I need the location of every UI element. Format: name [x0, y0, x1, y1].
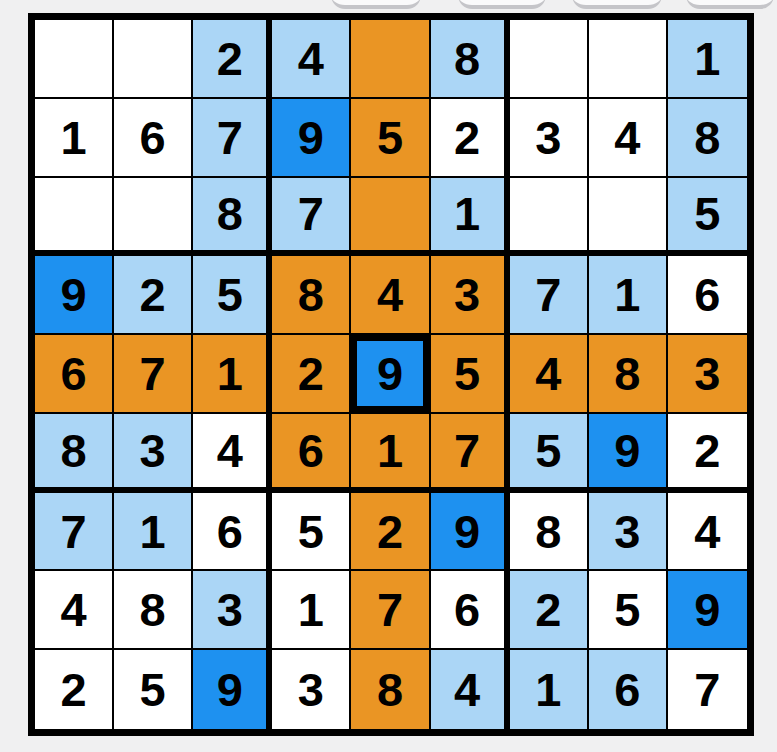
- cell-r1c5[interactable]: [351, 20, 430, 99]
- cell-r9c7[interactable]: 1: [510, 650, 589, 729]
- cell-r5c7[interactable]: 4: [510, 335, 589, 414]
- cell-r4c1[interactable]: 9: [35, 256, 114, 335]
- cell-r8c3[interactable]: 3: [193, 571, 272, 650]
- cell-r9c9[interactable]: 7: [668, 650, 747, 729]
- cell-r3c7[interactable]: [510, 178, 589, 257]
- sudoku-app-screen: 2481167952348871592584371667129548383461…: [0, 0, 777, 752]
- cell-r7c1[interactable]: 7: [35, 493, 114, 572]
- cell-r6c6[interactable]: 7: [431, 414, 510, 493]
- cell-r3c3[interactable]: 8: [193, 178, 272, 257]
- cell-r8c5[interactable]: 7: [351, 571, 430, 650]
- cell-r5c1[interactable]: 6: [35, 335, 114, 414]
- cell-r8c4[interactable]: 1: [272, 571, 351, 650]
- toolbar-button-4[interactable]: [686, 0, 774, 9]
- cell-r4c4[interactable]: 8: [272, 256, 351, 335]
- cell-r6c3[interactable]: 4: [193, 414, 272, 493]
- cell-r8c7[interactable]: 2: [510, 571, 589, 650]
- cell-r3c4[interactable]: 7: [272, 178, 351, 257]
- cell-r9c3[interactable]: 9: [193, 650, 272, 729]
- cell-r5c4[interactable]: 2: [272, 335, 351, 414]
- cell-r9c5[interactable]: 8: [351, 650, 430, 729]
- cell-r1c7[interactable]: [510, 20, 589, 99]
- cell-r9c2[interactable]: 5: [114, 650, 193, 729]
- cell-r3c2[interactable]: [114, 178, 193, 257]
- cell-r4c6[interactable]: 3: [431, 256, 510, 335]
- cell-r7c9[interactable]: 4: [668, 493, 747, 572]
- cell-r1c2[interactable]: [114, 20, 193, 99]
- cell-r2c6[interactable]: 2: [431, 99, 510, 178]
- cell-r5c2[interactable]: 7: [114, 335, 193, 414]
- cell-r9c6[interactable]: 4: [431, 650, 510, 729]
- sudoku-board: 2481167952348871592584371667129548383461…: [28, 13, 754, 736]
- cell-r5c3[interactable]: 1: [193, 335, 272, 414]
- cell-r8c9[interactable]: 9: [668, 571, 747, 650]
- cell-r7c4[interactable]: 5: [272, 493, 351, 572]
- cell-r1c9[interactable]: 1: [668, 20, 747, 99]
- cell-r8c6[interactable]: 6: [431, 571, 510, 650]
- cell-r2c2[interactable]: 6: [114, 99, 193, 178]
- cell-r1c8[interactable]: [589, 20, 668, 99]
- cell-r8c2[interactable]: 8: [114, 571, 193, 650]
- cell-r1c1[interactable]: [35, 20, 114, 99]
- cell-r6c5[interactable]: 1: [351, 414, 430, 493]
- cell-r6c4[interactable]: 6: [272, 414, 351, 493]
- cell-r2c3[interactable]: 7: [193, 99, 272, 178]
- cell-r2c9[interactable]: 8: [668, 99, 747, 178]
- cell-r7c5[interactable]: 2: [351, 493, 430, 572]
- cell-r9c1[interactable]: 2: [35, 650, 114, 729]
- cell-r9c8[interactable]: 6: [589, 650, 668, 729]
- cell-r7c7[interactable]: 8: [510, 493, 589, 572]
- cell-r3c6[interactable]: 1: [431, 178, 510, 257]
- cell-r5c6[interactable]: 5: [431, 335, 510, 414]
- cell-r1c4[interactable]: 4: [272, 20, 351, 99]
- toolbar-button-1[interactable]: [331, 0, 421, 9]
- cell-r5c5[interactable]: 9: [351, 335, 430, 414]
- toolbar-button-2[interactable]: [458, 0, 546, 9]
- cell-r6c8[interactable]: 9: [589, 414, 668, 493]
- cell-r1c3[interactable]: 2: [193, 20, 272, 99]
- cell-r8c1[interactable]: 4: [35, 571, 114, 650]
- cell-r7c2[interactable]: 1: [114, 493, 193, 572]
- cell-r3c8[interactable]: [589, 178, 668, 257]
- cell-r9c4[interactable]: 3: [272, 650, 351, 729]
- cell-r3c9[interactable]: 5: [668, 178, 747, 257]
- cell-r2c4[interactable]: 9: [272, 99, 351, 178]
- cell-r4c8[interactable]: 1: [589, 256, 668, 335]
- cell-r6c7[interactable]: 5: [510, 414, 589, 493]
- cell-r7c3[interactable]: 6: [193, 493, 272, 572]
- cell-r4c5[interactable]: 4: [351, 256, 430, 335]
- cell-r6c2[interactable]: 3: [114, 414, 193, 493]
- cell-r1c6[interactable]: 8: [431, 20, 510, 99]
- toolbar-button-3[interactable]: [572, 0, 662, 9]
- cell-r6c9[interactable]: 2: [668, 414, 747, 493]
- cell-r8c8[interactable]: 5: [589, 571, 668, 650]
- cell-r4c3[interactable]: 5: [193, 256, 272, 335]
- cell-r2c7[interactable]: 3: [510, 99, 589, 178]
- cell-r7c8[interactable]: 3: [589, 493, 668, 572]
- cell-r7c6[interactable]: 9: [431, 493, 510, 572]
- cell-r2c1[interactable]: 1: [35, 99, 114, 178]
- cell-r3c5[interactable]: [351, 178, 430, 257]
- cell-r5c9[interactable]: 3: [668, 335, 747, 414]
- cell-r4c9[interactable]: 6: [668, 256, 747, 335]
- cell-r2c5[interactable]: 5: [351, 99, 430, 178]
- cell-r6c1[interactable]: 8: [35, 414, 114, 493]
- cell-r4c7[interactable]: 7: [510, 256, 589, 335]
- cell-r5c8[interactable]: 8: [589, 335, 668, 414]
- cell-r3c1[interactable]: [35, 178, 114, 257]
- cell-r2c8[interactable]: 4: [589, 99, 668, 178]
- cell-r4c2[interactable]: 2: [114, 256, 193, 335]
